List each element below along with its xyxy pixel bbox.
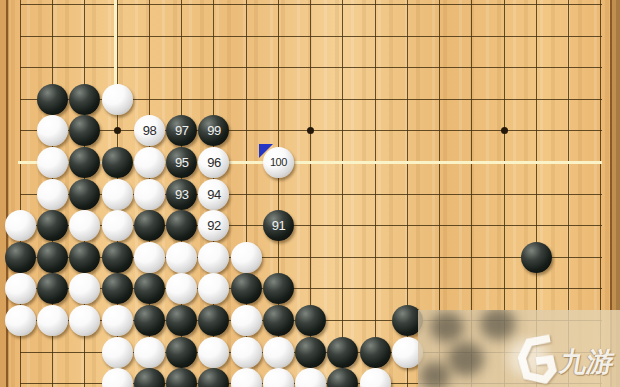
stone-white [5, 305, 36, 336]
stone-white [231, 242, 262, 273]
stone-black [166, 368, 197, 387]
stone-white [198, 337, 229, 368]
move-number-label: 95 [175, 156, 188, 169]
stone-white [102, 179, 133, 210]
stone-black [37, 273, 68, 304]
star-point [114, 127, 121, 134]
stone-black [521, 242, 552, 273]
stone-black [37, 242, 68, 273]
stone-black [69, 242, 100, 273]
stone-white [102, 84, 133, 115]
stone-black [166, 337, 197, 368]
blurred-stone [430, 312, 464, 342]
stone-white [102, 337, 133, 368]
star-point [307, 127, 314, 134]
stone-black [134, 305, 165, 336]
star-point [501, 127, 508, 134]
stone-black [102, 273, 133, 304]
stone-black [166, 305, 197, 336]
stone-white [37, 115, 68, 146]
grid-line-horizontal [20, 36, 602, 37]
stone-white [231, 337, 262, 368]
stone-black: 95 [166, 147, 197, 178]
last-move-marker [259, 144, 273, 158]
move-number-label: 98 [143, 124, 156, 137]
stone-black [102, 147, 133, 178]
stone-black [327, 337, 358, 368]
grid-line-horizontal [20, 67, 602, 68]
stone-white [134, 242, 165, 273]
watermark-logo-text: 九游 [557, 344, 617, 380]
move-number-label: 96 [207, 156, 220, 169]
stone-black [295, 337, 326, 368]
stone-white: 98 [134, 115, 165, 146]
stone-black [134, 273, 165, 304]
stone-white [231, 368, 262, 387]
stone-white [134, 337, 165, 368]
stone-black [198, 305, 229, 336]
stone-white [166, 273, 197, 304]
stone-white [295, 368, 326, 387]
move-number-label: 92 [207, 219, 220, 232]
stone-black [263, 273, 294, 304]
stone-black: 93 [166, 179, 197, 210]
watermark-9game: 九游 [518, 332, 618, 387]
stone-white [5, 210, 36, 241]
stone-black [69, 179, 100, 210]
stone-white [231, 305, 262, 336]
blurred-stone [448, 342, 484, 376]
stone-black: 91 [263, 210, 294, 241]
stone-white: 94 [198, 179, 229, 210]
stone-white [69, 210, 100, 241]
stone-black [37, 210, 68, 241]
stone-black [5, 242, 36, 273]
stone-white: 100 [263, 147, 294, 178]
stone-black [263, 305, 294, 336]
stone-white [37, 179, 68, 210]
move-number-label: 99 [207, 124, 220, 137]
move-number-label: 91 [272, 219, 285, 232]
stone-white [37, 147, 68, 178]
stone-white [37, 305, 68, 336]
move-number-label: 100 [270, 157, 287, 168]
move-number-label: 93 [175, 188, 188, 201]
stone-black [231, 273, 262, 304]
grid-line-horizontal [20, 4, 602, 5]
stone-white [69, 305, 100, 336]
stone-black [134, 368, 165, 387]
stone-white [134, 147, 165, 178]
stone-black [69, 115, 100, 146]
move-number-label: 97 [175, 124, 188, 137]
blurred-stone [480, 310, 516, 340]
watermark-logo-g-icon [517, 333, 560, 385]
stone-black [360, 337, 391, 368]
stone-white [263, 368, 294, 387]
go-board-diagram[interactable]: 九游 989799959610093949291 [0, 0, 620, 387]
stone-black: 99 [198, 115, 229, 146]
stone-white [134, 179, 165, 210]
stone-black [198, 368, 229, 387]
stone-white [360, 368, 391, 387]
stone-black [69, 84, 100, 115]
stone-white: 96 [198, 147, 229, 178]
stone-black [295, 305, 326, 336]
stone-black [166, 210, 197, 241]
stone-white [198, 242, 229, 273]
watermark-blur-region: 九游 [418, 310, 620, 387]
move-number-label: 94 [207, 188, 220, 201]
stone-white [102, 305, 133, 336]
stone-white [5, 273, 36, 304]
stone-black [134, 210, 165, 241]
stone-white [198, 273, 229, 304]
stone-white [102, 368, 133, 387]
stone-white [263, 337, 294, 368]
blurred-stone [420, 362, 450, 387]
stone-black [69, 147, 100, 178]
stone-white [69, 273, 100, 304]
stone-white [102, 210, 133, 241]
stone-black [327, 368, 358, 387]
stone-black [37, 84, 68, 115]
stone-white: 92 [198, 210, 229, 241]
stone-black [102, 242, 133, 273]
stone-white [166, 242, 197, 273]
stone-black: 97 [166, 115, 197, 146]
